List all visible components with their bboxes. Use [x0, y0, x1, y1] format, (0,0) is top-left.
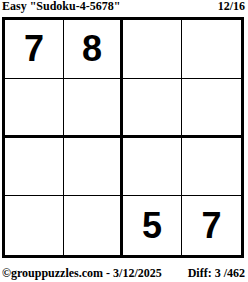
cell-r4c4: 7 — [182, 196, 241, 255]
cell-r4c3: 5 — [123, 196, 182, 255]
difficulty-text: Diff: 3 /462 — [188, 266, 245, 280]
cell-r3c2[interactable] — [64, 138, 123, 197]
cell-r2c1[interactable] — [5, 79, 64, 138]
page-header: Easy "Sudoku-4-5678" 12/16 — [2, 0, 245, 14]
cell-r1c2: 8 — [64, 20, 123, 79]
cell-r1c4[interactable] — [182, 20, 241, 79]
cell-r2c2[interactable] — [64, 79, 123, 138]
sudoku-board: 7 8 5 7 — [2, 17, 244, 258]
cell-r2c3[interactable] — [123, 79, 182, 138]
cell-r2c4[interactable] — [182, 79, 241, 138]
cell-r3c3[interactable] — [123, 138, 182, 197]
puzzle-counter: 12/16 — [218, 0, 245, 13]
cell-r4c2[interactable] — [64, 196, 123, 255]
sudoku-puzzle-page: { "game": "sudoku-4x4", "variant": "Sudo… — [0, 0, 248, 282]
cell-r1c3[interactable] — [123, 20, 182, 79]
page-footer: ©grouppuzzles.com - 3/12/2025 Diff: 3 /4… — [2, 265, 245, 280]
cell-r3c4[interactable] — [182, 138, 241, 197]
cell-r1c1: 7 — [5, 20, 64, 79]
copyright-text: ©grouppuzzles.com - 3/12/2025 — [2, 266, 162, 280]
cell-r4c1[interactable] — [5, 196, 64, 255]
puzzle-title: Easy "Sudoku-4-5678" — [2, 0, 120, 13]
cell-r3c1[interactable] — [5, 138, 64, 197]
